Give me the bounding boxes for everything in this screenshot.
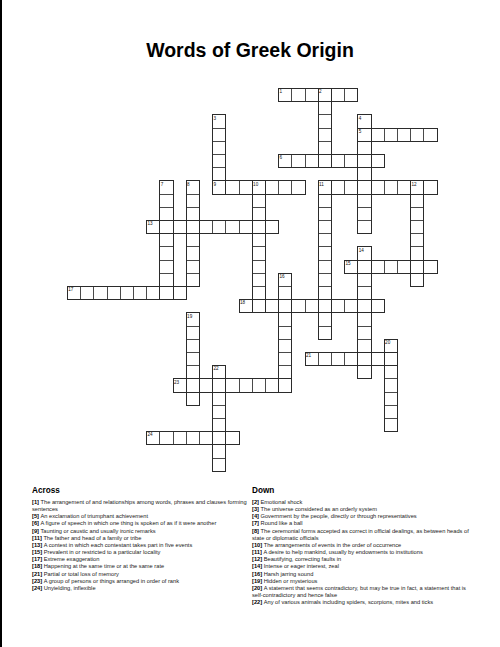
grid-cell[interactable] [212, 154, 226, 168]
grid-cell[interactable] [239, 299, 253, 313]
across-clues-section: Across [1] The arrangement of and relati… [32, 486, 254, 592]
clue-down-14: [14] Intense or eager interest, zeal [252, 563, 478, 570]
grid-cell[interactable] [252, 273, 266, 287]
grid-cell[interactable] [212, 220, 226, 234]
grid-cell[interactable] [357, 194, 371, 208]
clue-down-11: [11] A desire to help mankind, usually b… [252, 549, 478, 556]
grid-cell[interactable] [331, 180, 345, 194]
grid-cell[interactable] [80, 286, 94, 300]
grid-cell[interactable] [252, 286, 266, 300]
grid-cell[interactable] [225, 431, 239, 445]
grid-cell[interactable] [159, 273, 173, 287]
grid-cell[interactable] [357, 286, 371, 300]
grid-cell[interactable] [252, 220, 266, 234]
grid-cell[interactable] [173, 220, 187, 234]
grid-cell[interactable] [318, 260, 332, 274]
grid-cell[interactable] [199, 220, 213, 234]
grid-cell[interactable] [212, 444, 226, 458]
grid-cell[interactable] [239, 220, 253, 234]
grid-cell[interactable] [318, 299, 332, 313]
grid-cell[interactable] [186, 431, 200, 445]
grid-cell[interactable] [410, 128, 424, 142]
grid-cell[interactable] [318, 273, 332, 287]
grid-cell[interactable] [159, 180, 173, 194]
grid-cell[interactable] [278, 154, 292, 168]
grid-cell[interactable] [410, 220, 424, 234]
grid-cell[interactable] [384, 352, 398, 366]
clue-across-15: [15] Prevalent in or restricted to a par… [32, 549, 254, 556]
grid-cell[interactable] [212, 141, 226, 155]
grid-cell[interactable] [384, 180, 398, 194]
clue-across-6: [6] A figure of speech in which one thin… [32, 520, 254, 527]
grid-cell[interactable] [357, 365, 371, 379]
clue-across-5: [5] An exclamation of triumphant achieve… [32, 513, 254, 520]
grid-cell[interactable] [331, 299, 345, 313]
grid-cell[interactable] [318, 286, 332, 300]
grid-cell[interactable] [410, 260, 424, 274]
grid-cell[interactable] [371, 299, 385, 313]
grid-cell[interactable] [318, 194, 332, 208]
grid-cell[interactable] [318, 352, 332, 366]
clue-down-3: [3] The universe considered as an orderl… [252, 506, 478, 513]
grid-cell[interactable] [225, 378, 239, 392]
grid-cell[interactable] [146, 286, 160, 300]
grid-cell[interactable] [371, 352, 385, 366]
grid-cell[interactable] [159, 233, 173, 247]
grid-cell[interactable] [199, 378, 213, 392]
clue-down-4: [4] Government by the people, directly o… [252, 513, 478, 520]
grid-cell[interactable] [159, 260, 173, 274]
grid-cell[interactable] [186, 378, 200, 392]
clue-across-11: [11] The father and head of a family or … [32, 535, 254, 542]
grid-cell[interactable] [120, 286, 134, 300]
grid-cell[interactable] [318, 207, 332, 221]
grid-cell[interactable] [186, 194, 200, 208]
grid-cell[interactable] [344, 299, 358, 313]
grid-cell[interactable] [305, 154, 319, 168]
grid-cell[interactable] [212, 365, 226, 379]
grid-cell[interactable] [331, 88, 345, 102]
grid-cell[interactable] [146, 220, 160, 234]
clue-down-19: [19] Hidden or mysterious [252, 578, 478, 585]
grid-cell[interactable] [357, 141, 371, 155]
grid-cell[interactable] [93, 286, 107, 300]
grid-cell[interactable] [133, 286, 147, 300]
grid-cell[interactable] [357, 207, 371, 221]
grid-cell[interactable] [371, 260, 385, 274]
grid-cell[interactable] [344, 180, 358, 194]
grid-cell[interactable] [344, 154, 358, 168]
grid-cell[interactable] [331, 154, 345, 168]
grid-cell[interactable] [239, 180, 253, 194]
grid-cell[interactable] [357, 339, 371, 353]
grid-cell[interactable] [186, 246, 200, 260]
grid-cell[interactable] [410, 207, 424, 221]
clue-down-20: [20] A statement that seems contradictor… [252, 585, 478, 599]
down-clue-list: [2] Emotional shock[3] The universe cons… [252, 499, 478, 606]
grid-cell[interactable] [331, 352, 345, 366]
grid-cell[interactable] [239, 378, 253, 392]
grid-cell[interactable] [318, 326, 332, 340]
grid-cell[interactable] [212, 180, 226, 194]
grid-cell[interactable] [265, 378, 279, 392]
grid-cell[interactable] [278, 273, 292, 287]
grid-cell[interactable] [357, 180, 371, 194]
grid-cell[interactable] [410, 194, 424, 208]
grid-cell[interactable] [173, 286, 187, 300]
grid-cell[interactable] [186, 312, 200, 326]
grid-cell[interactable] [344, 260, 358, 274]
clue-down-16: [16] Harsh jarring sound [252, 571, 478, 578]
grid-cell[interactable] [423, 128, 437, 142]
grid-cell[interactable] [265, 299, 279, 313]
grid-cell[interactable] [186, 392, 200, 406]
clue-across-13: [13] A contest in which each contestant … [32, 542, 254, 549]
grid-cell[interactable] [318, 180, 332, 194]
grid-cell[interactable] [357, 246, 371, 260]
grid-cell[interactable] [397, 180, 411, 194]
clue-down-7: [7] Round like a ball [252, 520, 478, 527]
grid-cell[interactable] [384, 392, 398, 406]
grid-cell[interactable] [423, 180, 437, 194]
crossword-grid: 156911131517182123242347810121416192022 [67, 88, 438, 472]
grid-cell[interactable] [186, 180, 200, 194]
grid-cell[interactable] [410, 180, 424, 194]
grid-cell[interactable] [344, 88, 358, 102]
grid-cell[interactable] [305, 352, 319, 366]
grid-cell[interactable] [67, 286, 81, 300]
grid-cell[interactable] [278, 326, 292, 340]
grid-cell[interactable] [159, 220, 173, 234]
grid-cell[interactable] [186, 233, 200, 247]
grid-cell[interactable] [278, 299, 292, 313]
across-header: Across [32, 486, 254, 495]
grid-cell[interactable] [212, 392, 226, 406]
clue-down-12: [12] Beautifying, correcting faults in [252, 556, 478, 563]
grid-cell[interactable] [278, 365, 292, 379]
grid-cell[interactable] [291, 180, 305, 194]
grid-cell[interactable] [423, 260, 437, 274]
grid-cell[interactable] [212, 431, 226, 445]
grid-cell[interactable] [278, 352, 292, 366]
grid-cell[interactable] [252, 194, 266, 208]
grid-cell[interactable] [212, 167, 226, 181]
grid-cell[interactable] [318, 114, 332, 128]
grid-cell[interactable] [318, 312, 332, 326]
clue-across-24: [24] Unyielding, inflexible [32, 585, 254, 592]
grid-cell[interactable] [384, 339, 398, 353]
grid-cell[interactable] [291, 299, 305, 313]
grid-cell[interactable] [265, 220, 279, 234]
grid-cell[interactable] [357, 326, 371, 340]
clue-across-17: [17] Extreme exaggeration [32, 556, 254, 563]
grid-cell[interactable] [278, 312, 292, 326]
clue-across-23: [23] A group of persons or things arrang… [32, 578, 254, 585]
grid-cell[interactable] [212, 378, 226, 392]
grid-cell[interactable] [159, 194, 173, 208]
down-clues-section: Down [2] Emotional shock[3] The universe… [252, 486, 478, 606]
grid-cell[interactable] [212, 458, 226, 472]
grid-cell[interactable] [318, 101, 332, 115]
across-clue-list: [1] The arrangement of and relationships… [32, 499, 254, 592]
grid-cell[interactable] [318, 233, 332, 247]
down-header: Down [252, 486, 478, 495]
grid-cell[interactable] [357, 114, 371, 128]
grid-cell[interactable] [318, 246, 332, 260]
grid-cell[interactable] [199, 431, 213, 445]
grid-cell[interactable] [371, 180, 385, 194]
grid-cell[interactable] [186, 260, 200, 274]
grid-cell[interactable] [186, 326, 200, 340]
clue-across-21: [21] Partial or total loss of memory [32, 571, 254, 578]
grid-cell[interactable] [186, 207, 200, 221]
grid-cell[interactable] [318, 154, 332, 168]
grid-cell[interactable] [397, 260, 411, 274]
grid-cell[interactable] [357, 167, 371, 181]
grid-cell[interactable] [291, 88, 305, 102]
grid-cell[interactable] [357, 220, 371, 234]
grid-cell[interactable] [357, 299, 371, 313]
grid-cell[interactable] [384, 378, 398, 392]
grid-cell[interactable] [410, 246, 424, 260]
grid-cell[interactable] [278, 339, 292, 353]
page: { "title": "Words of Greek Origin", "gam… [0, 0, 500, 647]
grid-cell[interactable] [107, 286, 121, 300]
clue-down-22: [22] Any of various animals including sp… [252, 599, 478, 606]
grid-cell[interactable] [384, 365, 398, 379]
grid-cell[interactable] [159, 207, 173, 221]
grid-cell[interactable] [212, 128, 226, 142]
clue-down-2: [2] Emotional shock [252, 499, 478, 506]
grid-cell[interactable] [357, 352, 371, 366]
clue-down-8: [8] The ceremonial forms accepted as cor… [252, 528, 478, 542]
grid-cell[interactable] [252, 246, 266, 260]
grid-cell[interactable] [357, 260, 371, 274]
grid-cell[interactable] [278, 286, 292, 300]
grid-cell[interactable] [344, 352, 358, 366]
grid-cell[interactable] [318, 220, 332, 234]
grid-cell[interactable] [159, 431, 173, 445]
grid-cell[interactable] [186, 339, 200, 353]
grid-cell[interactable] [252, 299, 266, 313]
grid-cell[interactable] [305, 88, 319, 102]
grid-cell[interactable] [384, 260, 398, 274]
grid-cell[interactable] [252, 233, 266, 247]
grid-cell[interactable] [357, 273, 371, 287]
grid-cell[interactable] [159, 286, 173, 300]
grid-cell[interactable] [384, 418, 398, 432]
grid-cell[interactable] [186, 352, 200, 366]
grid-cell[interactable] [212, 114, 226, 128]
grid-cell[interactable] [225, 180, 239, 194]
grid-cell[interactable] [357, 154, 371, 168]
grid-cell[interactable] [318, 128, 332, 142]
grid-cell[interactable] [278, 88, 292, 102]
grid-cell[interactable] [410, 233, 424, 247]
grid-cell[interactable] [357, 312, 371, 326]
grid-cell[interactable] [186, 220, 200, 234]
grid-cell[interactable] [371, 128, 385, 142]
grid-cell[interactable] [384, 405, 398, 419]
grid-cell[interactable] [278, 180, 292, 194]
clue-across-18: [18] Happening at the same time or at th… [32, 563, 254, 570]
grid-cell[interactable] [252, 260, 266, 274]
grid-cell[interactable] [252, 378, 266, 392]
grid-cell[interactable] [318, 141, 332, 155]
clue-across-1: [1] The arrangement of and relationships… [32, 499, 254, 513]
grid-cell[interactable] [357, 128, 371, 142]
page-left-edge-line [0, 0, 2, 647]
grid-cell[interactable] [410, 273, 424, 287]
grid-cell[interactable] [186, 365, 200, 379]
grid-cell[interactable] [305, 299, 319, 313]
grid-cell[interactable] [212, 405, 226, 419]
grid-cell[interactable] [252, 180, 266, 194]
grid-cell[interactable] [225, 220, 239, 234]
clue-down-10: [10] The arrangements of events in the o… [252, 542, 478, 549]
grid-cell[interactable] [212, 418, 226, 432]
grid-cell[interactable] [186, 273, 200, 287]
grid-cell[interactable] [173, 431, 187, 445]
grid-cell[interactable] [371, 154, 385, 168]
grid-cell[interactable] [265, 180, 279, 194]
grid-cell[interactable] [146, 431, 160, 445]
grid-cell[interactable] [384, 128, 398, 142]
grid-cell[interactable] [397, 128, 411, 142]
grid-cell[interactable] [252, 207, 266, 221]
grid-cell[interactable] [159, 246, 173, 260]
grid-cell[interactable] [278, 378, 292, 392]
grid-cell[interactable] [173, 378, 187, 392]
puzzle-title: Words of Greek Origin [0, 39, 500, 62]
grid-cell[interactable] [291, 154, 305, 168]
grid-cell[interactable] [318, 88, 332, 102]
clue-across-9: [9] Taunting or caustic and usually iron… [32, 528, 254, 535]
